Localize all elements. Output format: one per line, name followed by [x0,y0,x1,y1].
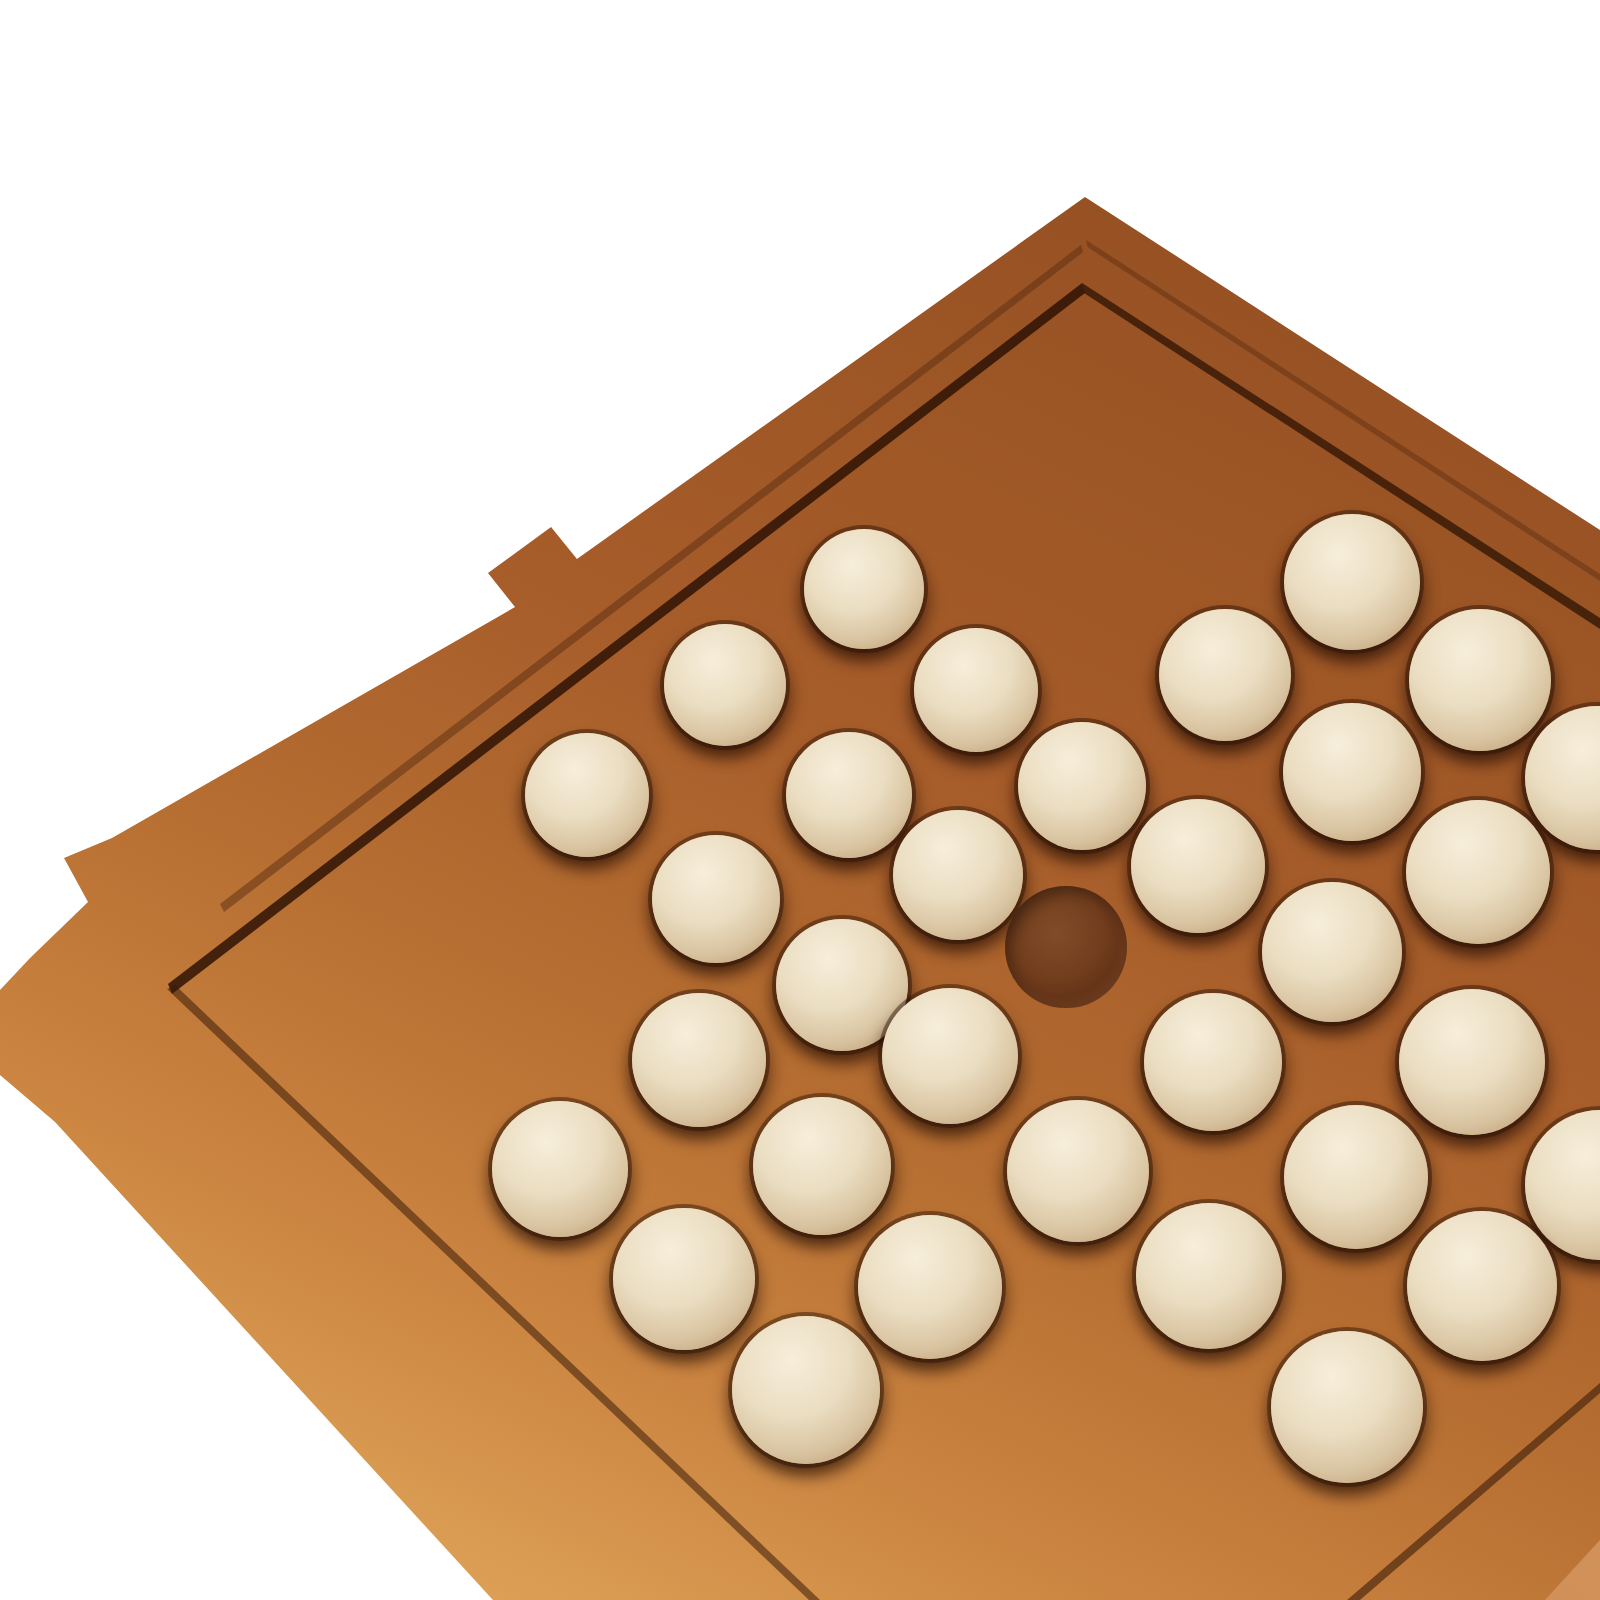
hole-d5[interactable] [882,988,1018,1124]
hole-e4[interactable] [1144,993,1282,1131]
marble-e7[interactable] [732,1316,880,1464]
hole-g4[interactable] [1407,1211,1557,1361]
marble-a4[interactable] [664,624,786,746]
marble-f4[interactable] [1284,1105,1428,1249]
hole-e7[interactable] [732,1316,880,1464]
marble-e5[interactable] [1007,1100,1149,1242]
hole-d1[interactable] [1409,609,1551,751]
marble-b4[interactable] [786,732,912,858]
marble-c1[interactable] [1284,514,1420,650]
marble-b5[interactable] [652,835,780,963]
marble-f3[interactable] [1399,989,1545,1135]
hole-c4[interactable] [893,810,1023,940]
hole-e3[interactable] [1262,882,1402,1022]
marble-g5[interactable] [1271,1331,1423,1483]
hole-f5[interactable] [1136,1203,1282,1349]
marble-e2[interactable] [1406,800,1550,944]
hole-e6[interactable] [858,1215,1002,1359]
marble-d7[interactable] [613,1208,755,1350]
marble-a3[interactable] [804,529,924,649]
hole-d6[interactable] [753,1097,891,1235]
marble-c6[interactable] [632,993,766,1127]
hole-g5[interactable] [1271,1331,1423,1483]
hole-c7[interactable] [492,1101,628,1237]
hole-b3[interactable] [914,628,1038,752]
marble-e6[interactable] [858,1215,1002,1359]
marble-d3[interactable] [1131,799,1265,933]
hole-f3[interactable] [1399,989,1545,1135]
hole-c1[interactable] [1284,514,1420,650]
marble-d2[interactable] [1283,703,1421,841]
marble-d1[interactable] [1409,609,1551,751]
hole-b5[interactable] [652,835,780,963]
marble-a5[interactable] [525,733,649,857]
hole-c6[interactable] [632,993,766,1127]
marble-c2[interactable] [1159,609,1291,741]
hole-a5[interactable] [525,733,649,857]
hole-c3[interactable] [1018,722,1146,850]
hole-c2[interactable] [1159,609,1291,741]
hole-e5[interactable] [1007,1100,1149,1242]
hole-d4[interactable] [1000,881,1132,1013]
marble-e3[interactable] [1262,882,1402,1022]
marble-d6[interactable] [753,1097,891,1235]
hole-b4[interactable] [786,732,912,858]
product-photo-stage [0,0,1600,1600]
marble-g4[interactable] [1407,1211,1557,1361]
hole-d7[interactable] [613,1208,755,1350]
hole-d3[interactable] [1131,799,1265,933]
hole-d2[interactable] [1283,703,1421,841]
hole-a4[interactable] [664,624,786,746]
marble-c7[interactable] [492,1101,628,1237]
hole-f4[interactable] [1284,1105,1428,1249]
marble-d5[interactable] [882,988,1018,1124]
marble-f5[interactable] [1136,1203,1282,1349]
empty-hole-d4 [1005,886,1126,1007]
marble-c4[interactable] [893,810,1023,940]
marble-b3[interactable] [914,628,1038,752]
hole-a3[interactable] [804,529,924,649]
hole-e2[interactable] [1406,800,1550,944]
marble-c3[interactable] [1018,722,1146,850]
marble-e4[interactable] [1144,993,1282,1131]
